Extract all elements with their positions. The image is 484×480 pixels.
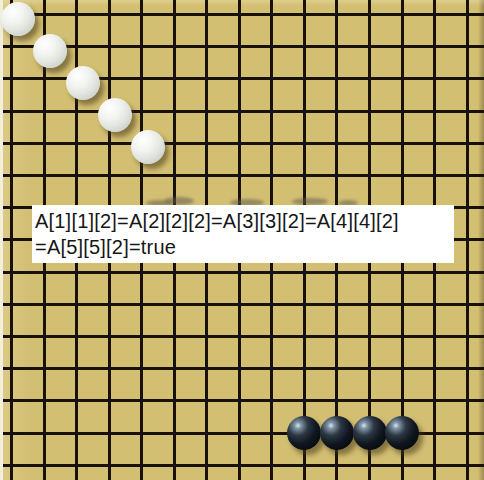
window-left-edge-highlight (0, 0, 3, 480)
go-board[interactable]: A[1][1][2]=A[2][2][2]=A[3][3][2]=A[4][4]… (0, 0, 484, 480)
ghost-smudge (164, 197, 194, 205)
black-stone[interactable] (385, 416, 419, 450)
black-stone[interactable] (320, 416, 354, 450)
formula-overlay-box: A[1][1][2]=A[2][2][2]=A[3][3][2]=A[4][4]… (32, 205, 454, 263)
black-stone[interactable] (353, 416, 387, 450)
white-stone[interactable] (1, 2, 35, 36)
white-stone[interactable] (33, 34, 67, 68)
ghost-smudge (292, 198, 328, 205)
formula-line-2: =A[5][5][2]=true (35, 234, 454, 260)
white-stone[interactable] (131, 130, 165, 164)
white-stone[interactable] (98, 98, 132, 132)
white-stone[interactable] (66, 66, 100, 100)
formula-line-1: A[1][1][2]=A[2][2][2]=A[3][3][2]=A[4][4]… (35, 208, 454, 234)
